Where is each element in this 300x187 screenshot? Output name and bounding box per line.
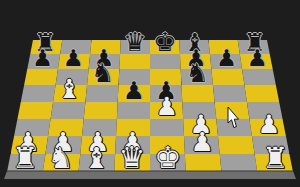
piece-white-bishop-c1[interactable]: ♝ <box>83 144 109 173</box>
square-h6[interactable] <box>242 69 276 85</box>
square-a6[interactable] <box>24 69 58 85</box>
game-screen: ♜♛♚♝♜♟♟♟♟♟♟♞♞♟♟♝♟♟♟♟♟♟♟♟♜♞♝♛♚♜ <box>0 0 300 187</box>
piece-white-queen-d1[interactable]: ♛ <box>119 143 146 173</box>
square-g6[interactable] <box>211 69 244 85</box>
piece-black-pawn-h7[interactable]: ♟ <box>247 47 268 70</box>
square-e3[interactable] <box>150 119 184 136</box>
piece-white-pawn-f2[interactable]: ♟ <box>191 129 214 155</box>
square-g5[interactable] <box>213 85 247 102</box>
mouse-cursor <box>226 107 239 129</box>
piece-white-rook-a1[interactable]: ♜ <box>12 144 38 173</box>
square-c4[interactable] <box>84 102 118 119</box>
square-g1[interactable] <box>220 154 258 172</box>
piece-white-bishop-b5[interactable]: ♝ <box>57 76 81 103</box>
square-g2[interactable] <box>218 136 255 154</box>
piece-black-pawn-a7[interactable]: ♟ <box>32 47 53 70</box>
piece-black-knight-c6[interactable]: ♞ <box>91 60 114 86</box>
piece-white-knight-b1[interactable]: ♞ <box>48 144 74 173</box>
square-b4[interactable] <box>51 102 86 119</box>
piece-white-rook-h1[interactable]: ♜ <box>262 144 288 173</box>
square-a4[interactable] <box>17 102 53 119</box>
piece-white-pawn-h3[interactable]: ♟ <box>257 112 280 138</box>
piece-black-queen-d8[interactable]: ♛ <box>123 29 146 55</box>
piece-black-pawn-d5[interactable]: ♟ <box>123 79 145 103</box>
square-a5[interactable] <box>21 85 56 102</box>
piece-black-king-e8[interactable]: ♚ <box>153 29 176 55</box>
piece-white-king-e1[interactable]: ♚ <box>154 143 181 173</box>
piece-black-pawn-g7[interactable]: ♟ <box>216 47 237 70</box>
piece-black-pawn-b7[interactable]: ♟ <box>63 47 84 70</box>
piece-white-pawn-e4[interactable]: ♟ <box>155 95 177 120</box>
square-h5[interactable] <box>244 85 279 102</box>
piece-black-knight-f6[interactable]: ♞ <box>185 60 208 86</box>
